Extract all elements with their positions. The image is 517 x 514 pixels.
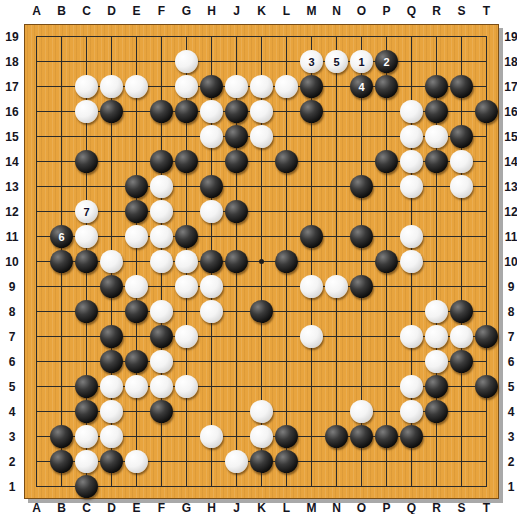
intersection-T2[interactable] (474, 449, 499, 474)
intersection-D14[interactable] (99, 149, 124, 174)
intersection-Q13[interactable] (399, 174, 424, 199)
intersection-J4[interactable] (224, 399, 249, 424)
intersection-M18[interactable]: 3 (299, 49, 324, 74)
intersection-T12[interactable] (474, 199, 499, 224)
intersection-N19[interactable] (324, 24, 349, 49)
intersection-S17[interactable] (449, 74, 474, 99)
intersection-C4[interactable] (74, 399, 99, 424)
intersection-D8[interactable] (99, 299, 124, 324)
intersection-O19[interactable] (349, 24, 374, 49)
intersection-S5[interactable] (449, 374, 474, 399)
intersection-G9[interactable] (174, 274, 199, 299)
intersection-G10[interactable] (174, 249, 199, 274)
intersection-B6[interactable] (49, 349, 74, 374)
intersection-R13[interactable] (424, 174, 449, 199)
intersection-P17[interactable] (374, 74, 399, 99)
intersection-O11[interactable] (349, 224, 374, 249)
intersection-L16[interactable] (274, 99, 299, 124)
intersection-B5[interactable] (49, 374, 74, 399)
intersection-P3[interactable] (374, 424, 399, 449)
intersection-C7[interactable] (74, 324, 99, 349)
intersection-A2[interactable] (24, 449, 49, 474)
intersection-S10[interactable] (449, 249, 474, 274)
intersection-F11[interactable] (149, 224, 174, 249)
intersection-J6[interactable] (224, 349, 249, 374)
intersection-B13[interactable] (49, 174, 74, 199)
intersection-L12[interactable] (274, 199, 299, 224)
intersection-C6[interactable] (74, 349, 99, 374)
intersection-E16[interactable] (124, 99, 149, 124)
intersection-A10[interactable] (24, 249, 49, 274)
intersection-S7[interactable] (449, 324, 474, 349)
intersection-O10[interactable] (349, 249, 374, 274)
intersection-R5[interactable] (424, 374, 449, 399)
intersection-F1[interactable] (149, 474, 174, 499)
intersection-Q10[interactable] (399, 249, 424, 274)
intersection-A7[interactable] (24, 324, 49, 349)
intersection-Q19[interactable] (399, 24, 424, 49)
intersection-B19[interactable] (49, 24, 74, 49)
intersection-M14[interactable] (299, 149, 324, 174)
intersection-D2[interactable] (99, 449, 124, 474)
intersection-J12[interactable] (224, 199, 249, 224)
intersection-S3[interactable] (449, 424, 474, 449)
intersection-Q11[interactable] (399, 224, 424, 249)
intersection-E12[interactable] (124, 199, 149, 224)
intersection-L13[interactable] (274, 174, 299, 199)
intersection-K14[interactable] (249, 149, 274, 174)
intersection-Q6[interactable] (399, 349, 424, 374)
intersection-A8[interactable] (24, 299, 49, 324)
intersection-G15[interactable] (174, 124, 199, 149)
intersection-G6[interactable] (174, 349, 199, 374)
intersection-Q12[interactable] (399, 199, 424, 224)
intersection-L14[interactable] (274, 149, 299, 174)
intersection-J5[interactable] (224, 374, 249, 399)
intersection-N5[interactable] (324, 374, 349, 399)
intersection-J10[interactable] (224, 249, 249, 274)
intersection-H3[interactable] (199, 424, 224, 449)
intersection-N11[interactable] (324, 224, 349, 249)
intersection-E8[interactable] (124, 299, 149, 324)
intersection-D6[interactable] (99, 349, 124, 374)
intersection-D4[interactable] (99, 399, 124, 424)
intersection-J18[interactable] (224, 49, 249, 74)
intersection-Q2[interactable] (399, 449, 424, 474)
intersection-G13[interactable] (174, 174, 199, 199)
intersection-M15[interactable] (299, 124, 324, 149)
intersection-K11[interactable] (249, 224, 274, 249)
intersection-O14[interactable] (349, 149, 374, 174)
intersection-H6[interactable] (199, 349, 224, 374)
intersection-A16[interactable] (24, 99, 49, 124)
intersection-F15[interactable] (149, 124, 174, 149)
intersection-J9[interactable] (224, 274, 249, 299)
intersection-J3[interactable] (224, 424, 249, 449)
intersection-A11[interactable] (24, 224, 49, 249)
intersection-R9[interactable] (424, 274, 449, 299)
intersection-R1[interactable] (424, 474, 449, 499)
intersection-A1[interactable] (24, 474, 49, 499)
intersection-G18[interactable] (174, 49, 199, 74)
intersection-F17[interactable] (149, 74, 174, 99)
intersection-B8[interactable] (49, 299, 74, 324)
intersection-B18[interactable] (49, 49, 74, 74)
intersection-D11[interactable] (99, 224, 124, 249)
intersection-N13[interactable] (324, 174, 349, 199)
intersection-P1[interactable] (374, 474, 399, 499)
intersection-M5[interactable] (299, 374, 324, 399)
intersection-P9[interactable] (374, 274, 399, 299)
intersection-P12[interactable] (374, 199, 399, 224)
intersection-T3[interactable] (474, 424, 499, 449)
intersection-D16[interactable] (99, 99, 124, 124)
intersection-Q14[interactable] (399, 149, 424, 174)
intersection-A15[interactable] (24, 124, 49, 149)
intersection-E5[interactable] (124, 374, 149, 399)
intersection-R17[interactable] (424, 74, 449, 99)
intersection-J7[interactable] (224, 324, 249, 349)
intersection-F14[interactable] (149, 149, 174, 174)
intersection-P18[interactable]: 2 (374, 49, 399, 74)
intersection-D7[interactable] (99, 324, 124, 349)
intersection-O15[interactable] (349, 124, 374, 149)
intersection-T4[interactable] (474, 399, 499, 424)
intersection-T9[interactable] (474, 274, 499, 299)
intersection-B15[interactable] (49, 124, 74, 149)
intersection-N6[interactable] (324, 349, 349, 374)
intersection-N8[interactable] (324, 299, 349, 324)
intersection-K6[interactable] (249, 349, 274, 374)
intersection-T15[interactable] (474, 124, 499, 149)
intersection-F7[interactable] (149, 324, 174, 349)
intersection-O5[interactable] (349, 374, 374, 399)
intersection-O4[interactable] (349, 399, 374, 424)
intersection-A3[interactable] (24, 424, 49, 449)
intersection-J11[interactable] (224, 224, 249, 249)
intersection-J15[interactable] (224, 124, 249, 149)
intersection-A17[interactable] (24, 74, 49, 99)
intersection-E17[interactable] (124, 74, 149, 99)
intersection-H8[interactable] (199, 299, 224, 324)
intersection-M6[interactable] (299, 349, 324, 374)
intersection-P6[interactable] (374, 349, 399, 374)
intersection-S11[interactable] (449, 224, 474, 249)
intersection-B9[interactable] (49, 274, 74, 299)
intersection-H13[interactable] (199, 174, 224, 199)
intersection-P8[interactable] (374, 299, 399, 324)
intersection-C10[interactable] (74, 249, 99, 274)
intersection-E3[interactable] (124, 424, 149, 449)
intersection-C15[interactable] (74, 124, 99, 149)
intersection-N18[interactable]: 5 (324, 49, 349, 74)
intersection-L15[interactable] (274, 124, 299, 149)
intersection-C13[interactable] (74, 174, 99, 199)
intersection-K13[interactable] (249, 174, 274, 199)
intersection-G12[interactable] (174, 199, 199, 224)
intersection-H19[interactable] (199, 24, 224, 49)
intersection-N16[interactable] (324, 99, 349, 124)
intersection-A13[interactable] (24, 174, 49, 199)
intersection-M2[interactable] (299, 449, 324, 474)
intersection-C9[interactable] (74, 274, 99, 299)
intersection-S16[interactable] (449, 99, 474, 124)
intersection-R6[interactable] (424, 349, 449, 374)
intersection-C5[interactable] (74, 374, 99, 399)
intersection-J16[interactable] (224, 99, 249, 124)
intersection-P15[interactable] (374, 124, 399, 149)
intersection-T7[interactable] (474, 324, 499, 349)
intersection-B14[interactable] (49, 149, 74, 174)
intersection-M11[interactable] (299, 224, 324, 249)
intersection-S18[interactable] (449, 49, 474, 74)
intersection-G8[interactable] (174, 299, 199, 324)
intersection-B11[interactable]: 6 (49, 224, 74, 249)
intersection-G1[interactable] (174, 474, 199, 499)
intersection-H7[interactable] (199, 324, 224, 349)
intersection-C16[interactable] (74, 99, 99, 124)
intersection-P14[interactable] (374, 149, 399, 174)
intersection-O17[interactable]: 4 (349, 74, 374, 99)
intersection-K19[interactable] (249, 24, 274, 49)
intersection-K2[interactable] (249, 449, 274, 474)
intersection-P7[interactable] (374, 324, 399, 349)
intersection-E9[interactable] (124, 274, 149, 299)
intersection-D17[interactable] (99, 74, 124, 99)
intersection-R16[interactable] (424, 99, 449, 124)
intersection-H4[interactable] (199, 399, 224, 424)
intersection-E18[interactable] (124, 49, 149, 74)
intersection-C18[interactable] (74, 49, 99, 74)
intersection-T16[interactable] (474, 99, 499, 124)
intersection-E2[interactable] (124, 449, 149, 474)
intersection-D5[interactable] (99, 374, 124, 399)
intersection-H2[interactable] (199, 449, 224, 474)
intersection-B16[interactable] (49, 99, 74, 124)
intersection-M1[interactable] (299, 474, 324, 499)
intersection-S1[interactable] (449, 474, 474, 499)
intersection-F10[interactable] (149, 249, 174, 274)
intersection-O1[interactable] (349, 474, 374, 499)
intersection-H14[interactable] (199, 149, 224, 174)
intersection-H18[interactable] (199, 49, 224, 74)
intersection-C8[interactable] (74, 299, 99, 324)
intersection-H15[interactable] (199, 124, 224, 149)
intersection-O8[interactable] (349, 299, 374, 324)
intersection-H12[interactable] (199, 199, 224, 224)
intersection-C12[interactable]: 7 (74, 199, 99, 224)
intersection-L19[interactable] (274, 24, 299, 49)
intersection-S4[interactable] (449, 399, 474, 424)
intersection-L6[interactable] (274, 349, 299, 374)
intersection-F2[interactable] (149, 449, 174, 474)
intersection-H10[interactable] (199, 249, 224, 274)
intersection-A19[interactable] (24, 24, 49, 49)
intersection-K7[interactable] (249, 324, 274, 349)
intersection-T17[interactable] (474, 74, 499, 99)
intersection-R19[interactable] (424, 24, 449, 49)
intersection-L2[interactable] (274, 449, 299, 474)
intersection-O16[interactable] (349, 99, 374, 124)
intersection-A4[interactable] (24, 399, 49, 424)
intersection-K17[interactable] (249, 74, 274, 99)
intersection-R15[interactable] (424, 124, 449, 149)
intersection-L5[interactable] (274, 374, 299, 399)
intersection-R4[interactable] (424, 399, 449, 424)
intersection-D13[interactable] (99, 174, 124, 199)
intersection-E14[interactable] (124, 149, 149, 174)
intersection-A9[interactable] (24, 274, 49, 299)
intersection-B7[interactable] (49, 324, 74, 349)
intersection-K16[interactable] (249, 99, 274, 124)
intersection-S8[interactable] (449, 299, 474, 324)
intersection-M3[interactable] (299, 424, 324, 449)
intersection-R8[interactable] (424, 299, 449, 324)
intersection-L1[interactable] (274, 474, 299, 499)
intersection-F12[interactable] (149, 199, 174, 224)
intersection-E10[interactable] (124, 249, 149, 274)
intersection-D10[interactable] (99, 249, 124, 274)
intersection-O7[interactable] (349, 324, 374, 349)
intersection-D3[interactable] (99, 424, 124, 449)
intersection-T14[interactable] (474, 149, 499, 174)
intersection-M10[interactable] (299, 249, 324, 274)
intersection-B17[interactable] (49, 74, 74, 99)
intersection-H1[interactable] (199, 474, 224, 499)
intersection-S6[interactable] (449, 349, 474, 374)
intersection-P13[interactable] (374, 174, 399, 199)
intersection-M9[interactable] (299, 274, 324, 299)
intersection-O18[interactable]: 1 (349, 49, 374, 74)
intersection-R10[interactable] (424, 249, 449, 274)
intersection-S14[interactable] (449, 149, 474, 174)
intersection-F19[interactable] (149, 24, 174, 49)
intersection-E13[interactable] (124, 174, 149, 199)
intersection-J17[interactable] (224, 74, 249, 99)
intersection-K3[interactable] (249, 424, 274, 449)
intersection-L11[interactable] (274, 224, 299, 249)
intersection-J14[interactable] (224, 149, 249, 174)
intersection-R2[interactable] (424, 449, 449, 474)
intersection-E7[interactable] (124, 324, 149, 349)
intersection-K18[interactable] (249, 49, 274, 74)
intersection-Q3[interactable] (399, 424, 424, 449)
intersection-N10[interactable] (324, 249, 349, 274)
intersection-J13[interactable] (224, 174, 249, 199)
intersection-N15[interactable] (324, 124, 349, 149)
intersection-G7[interactable] (174, 324, 199, 349)
intersection-A18[interactable] (24, 49, 49, 74)
intersection-D18[interactable] (99, 49, 124, 74)
intersection-N1[interactable] (324, 474, 349, 499)
intersection-A5[interactable] (24, 374, 49, 399)
intersection-G3[interactable] (174, 424, 199, 449)
intersection-M4[interactable] (299, 399, 324, 424)
intersection-G11[interactable] (174, 224, 199, 249)
intersection-H5[interactable] (199, 374, 224, 399)
intersection-K9[interactable] (249, 274, 274, 299)
intersection-F9[interactable] (149, 274, 174, 299)
intersection-M7[interactable] (299, 324, 324, 349)
intersection-R14[interactable] (424, 149, 449, 174)
intersection-O13[interactable] (349, 174, 374, 199)
intersection-F5[interactable] (149, 374, 174, 399)
intersection-G19[interactable] (174, 24, 199, 49)
intersection-A6[interactable] (24, 349, 49, 374)
intersection-M19[interactable] (299, 24, 324, 49)
intersection-K12[interactable] (249, 199, 274, 224)
intersection-L9[interactable] (274, 274, 299, 299)
intersection-M12[interactable] (299, 199, 324, 224)
intersection-G17[interactable] (174, 74, 199, 99)
intersection-T8[interactable] (474, 299, 499, 324)
intersection-R12[interactable] (424, 199, 449, 224)
intersection-J8[interactable] (224, 299, 249, 324)
intersection-N7[interactable] (324, 324, 349, 349)
intersection-C14[interactable] (74, 149, 99, 174)
intersection-P11[interactable] (374, 224, 399, 249)
intersection-P19[interactable] (374, 24, 399, 49)
intersection-T10[interactable] (474, 249, 499, 274)
intersection-F13[interactable] (149, 174, 174, 199)
intersection-Q1[interactable] (399, 474, 424, 499)
intersection-S9[interactable] (449, 274, 474, 299)
intersection-T11[interactable] (474, 224, 499, 249)
intersection-G14[interactable] (174, 149, 199, 174)
intersection-L10[interactable] (274, 249, 299, 274)
intersection-N14[interactable] (324, 149, 349, 174)
intersection-B10[interactable] (49, 249, 74, 274)
intersection-A12[interactable] (24, 199, 49, 224)
intersection-C1[interactable] (74, 474, 99, 499)
intersection-J1[interactable] (224, 474, 249, 499)
intersection-F4[interactable] (149, 399, 174, 424)
intersection-L7[interactable] (274, 324, 299, 349)
intersection-L3[interactable] (274, 424, 299, 449)
intersection-S2[interactable] (449, 449, 474, 474)
intersection-K15[interactable] (249, 124, 274, 149)
intersection-P10[interactable] (374, 249, 399, 274)
intersection-D1[interactable] (99, 474, 124, 499)
intersection-G2[interactable] (174, 449, 199, 474)
intersection-D19[interactable] (99, 24, 124, 49)
intersection-G4[interactable] (174, 399, 199, 424)
intersection-N17[interactable] (324, 74, 349, 99)
intersection-T13[interactable] (474, 174, 499, 199)
intersection-T18[interactable] (474, 49, 499, 74)
intersection-T6[interactable] (474, 349, 499, 374)
intersection-K10[interactable] (249, 249, 274, 274)
intersection-E4[interactable] (124, 399, 149, 424)
intersection-N9[interactable] (324, 274, 349, 299)
intersection-C11[interactable] (74, 224, 99, 249)
intersection-F6[interactable] (149, 349, 174, 374)
intersection-G5[interactable] (174, 374, 199, 399)
intersection-Q18[interactable] (399, 49, 424, 74)
intersection-O2[interactable] (349, 449, 374, 474)
intersection-K1[interactable] (249, 474, 274, 499)
intersection-O12[interactable] (349, 199, 374, 224)
intersection-S13[interactable] (449, 174, 474, 199)
intersection-B12[interactable] (49, 199, 74, 224)
intersection-N2[interactable] (324, 449, 349, 474)
intersection-P5[interactable] (374, 374, 399, 399)
intersection-Q9[interactable] (399, 274, 424, 299)
intersection-N12[interactable] (324, 199, 349, 224)
intersection-D15[interactable] (99, 124, 124, 149)
intersection-H16[interactable] (199, 99, 224, 124)
intersection-S15[interactable] (449, 124, 474, 149)
